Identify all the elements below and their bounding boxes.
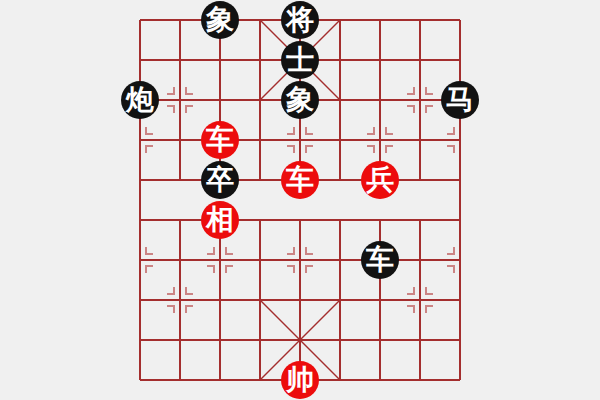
point-marker-corner	[287, 265, 295, 273]
black-cannon[interactable]: 炮	[121, 81, 159, 119]
point-marker-corner	[185, 105, 193, 113]
point-marker-corner	[425, 287, 433, 295]
point-marker-corner	[425, 305, 433, 313]
point-marker-corner	[407, 87, 415, 95]
point-marker-corner	[145, 145, 153, 153]
point-marker-corner	[367, 145, 375, 153]
point-marker-corner	[287, 127, 295, 135]
red-pawn[interactable]: 兵	[361, 161, 399, 199]
black-chariot[interactable]: 车	[361, 241, 399, 279]
red-elephant[interactable]: 相	[201, 201, 239, 239]
black-general[interactable]: 将	[281, 1, 319, 39]
point-marker-corner	[447, 145, 455, 153]
point-marker-corner	[447, 247, 455, 255]
xiangqi-board: 象将士炮象马车卒车兵相车帅	[0, 0, 600, 400]
point-marker-corner	[185, 87, 193, 95]
point-marker-corner	[407, 287, 415, 295]
point-marker-corner	[287, 247, 295, 255]
red-chariot-2[interactable]: 车	[281, 161, 319, 199]
point-marker-corner	[167, 87, 175, 95]
point-marker-corner	[407, 305, 415, 313]
point-marker-corner	[145, 265, 153, 273]
point-marker-corner	[447, 127, 455, 135]
point-marker-corner	[385, 127, 393, 135]
point-marker-corner	[225, 265, 233, 273]
point-marker-corner	[305, 127, 313, 135]
black-elephant-2[interactable]: 象	[281, 81, 319, 119]
red-general[interactable]: 帅	[281, 361, 319, 399]
point-marker-corner	[425, 105, 433, 113]
point-marker-corner	[145, 247, 153, 255]
point-marker-corner	[167, 287, 175, 295]
point-marker-corner	[145, 127, 153, 135]
point-marker-corner	[447, 265, 455, 273]
point-marker-corner	[305, 265, 313, 273]
point-marker-corner	[207, 247, 215, 255]
black-pawn[interactable]: 卒	[201, 161, 239, 199]
point-marker-corner	[305, 247, 313, 255]
black-horse[interactable]: 马	[441, 81, 479, 119]
point-marker-corner	[305, 145, 313, 153]
black-advisor[interactable]: 士	[281, 41, 319, 79]
point-marker-corner	[385, 145, 393, 153]
point-marker-corner	[367, 127, 375, 135]
point-marker-corner	[185, 287, 193, 295]
red-chariot-1[interactable]: 车	[201, 121, 239, 159]
point-marker-corner	[287, 145, 295, 153]
point-marker-corner	[407, 105, 415, 113]
point-marker-corner	[167, 305, 175, 313]
point-marker-corner	[225, 247, 233, 255]
point-marker-corner	[185, 305, 193, 313]
black-elephant-1[interactable]: 象	[201, 1, 239, 39]
point-marker-corner	[207, 265, 215, 273]
point-marker-corner	[425, 87, 433, 95]
point-marker-corner	[167, 105, 175, 113]
